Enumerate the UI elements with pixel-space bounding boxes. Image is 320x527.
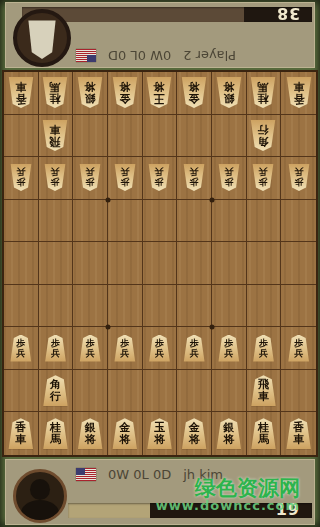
board-cell[interactable] (108, 370, 143, 413)
piece-kanji: 車 (258, 391, 269, 403)
sente-piece-p[interactable]: 歩兵 (218, 335, 240, 362)
piece-kanji: 歩 (16, 178, 25, 188)
board-cell[interactable]: 角行 (247, 115, 282, 158)
piece-kanji: 飛 (50, 135, 61, 147)
piece-kanji: 金 (119, 93, 130, 105)
piece-kanji: 桂 (258, 422, 269, 434)
piece-kanji: 将 (119, 81, 130, 93)
gote-piece-p[interactable]: 歩兵 (10, 164, 32, 191)
board-cell[interactable]: 桂馬 (247, 412, 282, 455)
piece-kanji: 歩 (259, 338, 268, 348)
us-flag-icon (76, 50, 96, 63)
piece-kanji: 将 (85, 81, 96, 93)
piece-kanji: 歩 (86, 178, 95, 188)
board-cell[interactable]: 歩兵 (177, 327, 212, 370)
piece-kanji: 兵 (16, 168, 25, 178)
sente-piece-g[interactable]: 金将 (181, 418, 207, 449)
sente-piece-p[interactable]: 歩兵 (114, 335, 136, 362)
board-cell[interactable] (4, 200, 39, 243)
watermark-text: 绿色资源网 (156, 477, 300, 499)
board-cell[interactable]: 桂馬 (39, 72, 74, 115)
player2-record: 0W 0L 0D (108, 49, 171, 64)
board-cell[interactable] (108, 285, 143, 328)
board-cell[interactable]: 歩兵 (247, 327, 282, 370)
gote-piece-p[interactable]: 歩兵 (148, 164, 170, 191)
player2-panel: 38 Player 2 0W 0L 0D (5, 2, 315, 68)
piece-kanji: 車 (293, 81, 304, 93)
board-cell[interactable] (177, 115, 212, 158)
piece-kanji: 将 (223, 434, 234, 446)
board-cell[interactable]: 歩兵 (212, 327, 247, 370)
us-flag-icon (76, 468, 96, 481)
board-cell[interactable]: 歩兵 (177, 157, 212, 200)
piece-kanji: 歩 (16, 338, 25, 348)
shogi-board-grid: 香車桂馬銀将金将王将金将銀将桂馬香車飛車角行歩兵歩兵歩兵歩兵歩兵歩兵歩兵歩兵歩兵… (4, 72, 316, 455)
board-cell[interactable] (143, 115, 178, 158)
piece-kanji: 銀 (223, 422, 234, 434)
gote-piece-l[interactable]: 香車 (286, 77, 312, 108)
piece-kanji: 歩 (190, 338, 199, 348)
hoshi-dot (105, 325, 110, 330)
gote-piece-p[interactable]: 歩兵 (183, 164, 205, 191)
piece-kanji: 歩 (224, 178, 233, 188)
sente-piece-s[interactable]: 銀将 (77, 418, 103, 449)
piece-kanji: 兵 (224, 168, 233, 178)
piece-kanji: 兵 (224, 348, 233, 358)
board-cell[interactable] (247, 242, 282, 285)
board-cell[interactable]: 歩兵 (281, 327, 316, 370)
piece-kanji: 将 (189, 434, 200, 446)
gote-piece-g[interactable]: 金将 (112, 77, 138, 108)
piece-kanji: 歩 (155, 338, 164, 348)
piece-kanji: 車 (15, 81, 26, 93)
piece-kanji: 兵 (51, 168, 60, 178)
gote-piece-p[interactable]: 歩兵 (114, 164, 136, 191)
board-cell[interactable] (4, 242, 39, 285)
board-cell[interactable]: 歩兵 (247, 157, 282, 200)
sente-piece-p[interactable]: 歩兵 (252, 335, 274, 362)
piece-kanji: 歩 (294, 338, 303, 348)
piece-kanji: 兵 (16, 348, 25, 358)
board-cell[interactable] (73, 370, 108, 413)
piece-kanji: 将 (119, 434, 130, 446)
board-cell[interactable] (4, 285, 39, 328)
board-cell[interactable] (212, 370, 247, 413)
board-cell[interactable] (108, 200, 143, 243)
board-cell[interactable] (177, 200, 212, 243)
piece-kanji: 歩 (190, 178, 199, 188)
piece-kanji: 歩 (294, 178, 303, 188)
board-cell[interactable] (212, 115, 247, 158)
sente-piece-s[interactable]: 銀将 (216, 418, 242, 449)
board-cell[interactable]: 香車 (281, 72, 316, 115)
piece-kanji: 兵 (120, 348, 129, 358)
gote-piece-p[interactable]: 歩兵 (218, 164, 240, 191)
board-cell[interactable]: 飛車 (39, 115, 74, 158)
piece-kanji: 車 (293, 434, 304, 446)
player2-info: Player 2 0W 0L 0D (76, 46, 248, 66)
piece-kanji: 歩 (224, 338, 233, 348)
gote-piece-s[interactable]: 銀将 (77, 77, 103, 108)
board-cell[interactable]: 歩兵 (4, 157, 39, 200)
sente-piece-p[interactable]: 歩兵 (79, 335, 101, 362)
piece-kanji: 兵 (190, 348, 199, 358)
player2-name: Player 2 (183, 49, 236, 64)
board-cell[interactable]: 歩兵 (281, 157, 316, 200)
board-cell[interactable]: 桂馬 (39, 412, 74, 455)
board-cell[interactable]: 香車 (281, 412, 316, 455)
board-cell[interactable] (247, 200, 282, 243)
sente-piece-b[interactable]: 角行 (42, 375, 68, 406)
board-cell[interactable] (212, 200, 247, 243)
sente-piece-p[interactable]: 歩兵 (148, 335, 170, 362)
board-cell[interactable] (73, 285, 108, 328)
player2-timer-bar: 38 (22, 7, 312, 22)
watermark: 绿色资源网 www.downcc.com (156, 477, 300, 513)
piece-kanji: 兵 (155, 348, 164, 358)
piece-kanji: 桂 (258, 93, 269, 105)
board-cell[interactable] (281, 200, 316, 243)
watermark-url: www.downcc.com (156, 499, 300, 513)
hoshi-dot (105, 197, 110, 202)
sente-piece-p[interactable]: 歩兵 (288, 335, 310, 362)
piece-kanji: 車 (50, 124, 61, 136)
board-cell[interactable]: 銀将 (73, 72, 108, 115)
gote-piece-p[interactable]: 歩兵 (252, 164, 274, 191)
player2-avatar[interactable] (13, 9, 71, 67)
gote-piece-n[interactable]: 桂馬 (42, 77, 68, 108)
piece-kanji: 銀 (223, 93, 234, 105)
gote-piece-p[interactable]: 歩兵 (288, 164, 310, 191)
piece-kanji: 歩 (155, 178, 164, 188)
board-cell[interactable] (212, 285, 247, 328)
board-cell[interactable] (281, 285, 316, 328)
board-cell[interactable]: 銀将 (212, 72, 247, 115)
piece-kanji: 兵 (259, 348, 268, 358)
app-screen: 38 Player 2 0W 0L 0D 香車桂馬銀将金将王将金将銀将桂馬香車飛… (0, 0, 320, 527)
board-cell[interactable]: 歩兵 (108, 327, 143, 370)
board-cell[interactable] (177, 370, 212, 413)
piece-kanji: 歩 (120, 338, 129, 348)
piece-kanji: 兵 (155, 168, 164, 178)
piece-kanji: 馬 (258, 81, 269, 93)
board-cell[interactable]: 歩兵 (143, 157, 178, 200)
board-cell[interactable] (108, 115, 143, 158)
person-icon (16, 472, 64, 520)
gote-piece-p[interactable]: 歩兵 (44, 164, 66, 191)
piece-kanji: 金 (189, 93, 200, 105)
piece-kanji: 馬 (258, 434, 269, 446)
piece-kanji: 将 (85, 434, 96, 446)
piece-kanji: 将 (223, 81, 234, 93)
board-cell[interactable]: 王将 (143, 72, 178, 115)
piece-kanji: 王 (154, 93, 165, 105)
piece-kanji: 桂 (50, 93, 61, 105)
board-cell[interactable]: 飛車 (247, 370, 282, 413)
board-cell[interactable] (143, 285, 178, 328)
piece-kanji: 車 (15, 434, 26, 446)
piece-kanji: 歩 (259, 178, 268, 188)
board-cell[interactable]: 銀将 (212, 412, 247, 455)
board-cell[interactable]: 歩兵 (39, 327, 74, 370)
gote-piece-g[interactable]: 金将 (181, 77, 207, 108)
piece-kanji: 桂 (50, 422, 61, 434)
board-cell[interactable]: 桂馬 (247, 72, 282, 115)
board-cell[interactable]: 歩兵 (73, 157, 108, 200)
board-cell[interactable] (143, 370, 178, 413)
board-cell[interactable] (177, 242, 212, 285)
piece-kanji: 香 (293, 422, 304, 434)
board-cell[interactable]: 香車 (4, 72, 39, 115)
board-cell[interactable]: 金将 (108, 412, 143, 455)
piece-kanji: 銀 (85, 422, 96, 434)
piece-kanji: 兵 (51, 348, 60, 358)
board-cell[interactable] (39, 200, 74, 243)
piece-kanji: 行 (50, 391, 61, 403)
piece-kanji: 馬 (50, 81, 61, 93)
gote-piece-r[interactable]: 飛車 (42, 120, 68, 151)
sente-piece-g[interactable]: 金将 (112, 418, 138, 449)
board-cell[interactable]: 歩兵 (108, 157, 143, 200)
board-cell[interactable]: 金将 (177, 412, 212, 455)
piece-kanji: 金 (189, 422, 200, 434)
piece-kanji: 馬 (50, 434, 61, 446)
sente-piece-k[interactable]: 玉将 (146, 418, 172, 449)
piece-kanji: 将 (154, 81, 165, 93)
piece-kanji: 行 (258, 124, 269, 136)
board-cell[interactable] (108, 242, 143, 285)
board-cell[interactable] (143, 242, 178, 285)
gote-piece-s[interactable]: 銀将 (216, 77, 242, 108)
board-cell[interactable] (73, 115, 108, 158)
board-cell[interactable]: 歩兵 (212, 157, 247, 200)
sente-piece-p[interactable]: 歩兵 (44, 335, 66, 362)
player1-panel: 0W 0L 0D jh kim 19 绿色资源网 www.downcc.com (5, 459, 315, 525)
board-cell[interactable] (4, 115, 39, 158)
piece-kanji: 兵 (259, 168, 268, 178)
sente-piece-p[interactable]: 歩兵 (10, 335, 32, 362)
piece-kanji: 歩 (51, 178, 60, 188)
hoshi-dot (210, 197, 215, 202)
board-cell[interactable] (143, 200, 178, 243)
board-cell[interactable]: 金将 (177, 72, 212, 115)
gote-piece-n[interactable]: 桂馬 (250, 77, 276, 108)
board-cell[interactable]: 角行 (39, 370, 74, 413)
board-cell[interactable]: 歩兵 (4, 327, 39, 370)
board-cell[interactable] (212, 242, 247, 285)
board-cell[interactable] (281, 115, 316, 158)
sente-piece-r[interactable]: 飛車 (250, 375, 276, 406)
board-cell[interactable]: 金将 (108, 72, 143, 115)
board-cell[interactable] (39, 242, 74, 285)
board-cell[interactable] (247, 285, 282, 328)
piece-kanji: 歩 (86, 338, 95, 348)
board-cell[interactable] (73, 200, 108, 243)
piece-kanji: 兵 (120, 168, 129, 178)
piece-kanji: 玉 (154, 422, 165, 434)
piece-kanji: 兵 (190, 168, 199, 178)
board-cell[interactable] (281, 370, 316, 413)
gote-piece-p[interactable]: 歩兵 (79, 164, 101, 191)
piece-kanji: 兵 (294, 168, 303, 178)
piece-kanji: 香 (293, 93, 304, 105)
piece-kanji: 香 (15, 93, 26, 105)
board-cell[interactable] (177, 285, 212, 328)
piece-kanji: 歩 (120, 178, 129, 188)
board-cell[interactable]: 歩兵 (39, 157, 74, 200)
shogi-board[interactable]: 香車桂馬銀将金将王将金将銀将桂馬香車飛車角行歩兵歩兵歩兵歩兵歩兵歩兵歩兵歩兵歩兵… (2, 70, 318, 457)
piece-kanji: 兵 (86, 348, 95, 358)
sente-piece-n[interactable]: 桂馬 (250, 418, 276, 449)
piece-kanji: 飛 (258, 379, 269, 391)
piece-kanji: 角 (258, 135, 269, 147)
shogi-piece-icon (25, 19, 59, 61)
sente-piece-p[interactable]: 歩兵 (183, 335, 205, 362)
board-cell[interactable] (73, 242, 108, 285)
player1-avatar[interactable] (13, 469, 67, 523)
piece-kanji: 香 (15, 422, 26, 434)
board-cell[interactable]: 香車 (4, 412, 39, 455)
piece-kanji: 将 (189, 81, 200, 93)
sente-piece-l[interactable]: 香車 (286, 418, 312, 449)
board-cell[interactable]: 玉将 (143, 412, 178, 455)
board-cell[interactable] (39, 285, 74, 328)
gote-piece-b[interactable]: 角行 (250, 120, 276, 151)
piece-kanji: 将 (154, 434, 165, 446)
player2-clock: 38 (276, 4, 300, 23)
board-cell[interactable]: 銀将 (73, 412, 108, 455)
board-cell[interactable]: 歩兵 (143, 327, 178, 370)
sente-piece-n[interactable]: 桂馬 (42, 418, 68, 449)
board-cell[interactable]: 歩兵 (73, 327, 108, 370)
gote-piece-l[interactable]: 香車 (8, 77, 34, 108)
piece-kanji: 兵 (86, 168, 95, 178)
piece-kanji: 角 (50, 379, 61, 391)
piece-kanji: 歩 (51, 338, 60, 348)
hoshi-dot (210, 325, 215, 330)
piece-kanji: 銀 (85, 93, 96, 105)
sente-piece-l[interactable]: 香車 (8, 418, 34, 449)
piece-kanji: 金 (119, 422, 130, 434)
board-cell[interactable] (4, 370, 39, 413)
gote-piece-k[interactable]: 王将 (146, 77, 172, 108)
board-cell[interactable] (281, 242, 316, 285)
piece-kanji: 兵 (294, 348, 303, 358)
